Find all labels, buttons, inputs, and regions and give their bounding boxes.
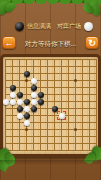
player-bar: 信息满满 对弈广场: [0, 22, 101, 35]
board-cell[interactable]: [75, 115, 82, 122]
board-cell[interactable]: [40, 66, 47, 73]
board-cell[interactable]: [5, 129, 12, 136]
black-stone[interactable]: [24, 113, 30, 119]
board-cell[interactable]: [40, 129, 47, 136]
black-stone[interactable]: [24, 71, 30, 77]
board-cell[interactable]: [75, 66, 82, 73]
board-cell[interactable]: [47, 59, 54, 66]
white-stone[interactable]: [31, 92, 37, 98]
board-cell[interactable]: [82, 143, 89, 150]
board-cell[interactable]: [82, 122, 89, 129]
board-cell[interactable]: [75, 136, 82, 143]
board-cell[interactable]: [26, 59, 33, 66]
board-cell[interactable]: [61, 94, 68, 101]
black-stone[interactable]: [38, 92, 44, 98]
black-stone[interactable]: [31, 106, 37, 112]
board-cell[interactable]: [54, 80, 61, 87]
board-cell[interactable]: [89, 115, 96, 122]
board-cell[interactable]: [40, 122, 47, 129]
black-stone[interactable]: [17, 106, 23, 112]
board-cell[interactable]: [61, 143, 68, 150]
board-cell[interactable]: [82, 108, 89, 115]
board-cell[interactable]: [47, 73, 54, 80]
board-cell[interactable]: [12, 129, 19, 136]
board-cell[interactable]: [75, 87, 82, 94]
board-cell[interactable]: [40, 143, 47, 150]
board-cell[interactable]: [54, 143, 61, 150]
board-cell[interactable]: [68, 136, 75, 143]
board-cell[interactable]: [33, 143, 40, 150]
board-cell[interactable]: [33, 115, 40, 122]
board-cell[interactable]: [19, 136, 26, 143]
board-cell[interactable]: [26, 143, 33, 150]
board-frame: [0, 54, 101, 157]
status-text: 对方等待你下棋...: [18, 40, 83, 49]
board-cell[interactable]: [19, 143, 26, 150]
board-cell[interactable]: [40, 73, 47, 80]
board-cell[interactable]: [5, 136, 12, 143]
board-cell[interactable]: [82, 101, 89, 108]
board-cell[interactable]: [82, 136, 89, 143]
board-cell[interactable]: [82, 129, 89, 136]
board-cell[interactable]: [89, 129, 96, 136]
board-cell[interactable]: [47, 143, 54, 150]
black-stone[interactable]: [10, 85, 16, 91]
board-cell[interactable]: [12, 59, 19, 66]
board-cell[interactable]: [5, 66, 12, 73]
board-cell[interactable]: [54, 94, 61, 101]
board-cell[interactable]: [89, 101, 96, 108]
black-stone[interactable]: [31, 85, 37, 91]
board-cell[interactable]: [82, 94, 89, 101]
board-cell[interactable]: [68, 101, 75, 108]
board-cell[interactable]: [61, 66, 68, 73]
board-cell[interactable]: [61, 101, 68, 108]
board-cell[interactable]: [54, 122, 61, 129]
board-cell[interactable]: [82, 66, 89, 73]
star-point: [74, 79, 77, 82]
board-cell[interactable]: [61, 73, 68, 80]
board-cell[interactable]: [75, 59, 82, 66]
white-stone[interactable]: [10, 92, 16, 98]
black-player: 信息满满: [15, 22, 51, 31]
board-cell[interactable]: [33, 66, 40, 73]
board-cell[interactable]: [40, 136, 47, 143]
star-point: [25, 128, 28, 131]
black-stone[interactable]: [38, 99, 44, 105]
board-cell[interactable]: [33, 129, 40, 136]
white-stone[interactable]: [24, 120, 30, 126]
board-cell[interactable]: [82, 73, 89, 80]
last-move-marker: [57, 111, 66, 120]
board-cell[interactable]: [75, 94, 82, 101]
board-cell[interactable]: [12, 136, 19, 143]
board-cell[interactable]: [68, 94, 75, 101]
board-cell[interactable]: [47, 115, 54, 122]
white-stone[interactable]: [24, 106, 30, 112]
board-cell[interactable]: [61, 59, 68, 66]
board-cell[interactable]: [89, 108, 96, 115]
board-cell[interactable]: [40, 115, 47, 122]
board-cell[interactable]: [82, 59, 89, 66]
board-cell[interactable]: [61, 129, 68, 136]
star-point: [25, 79, 28, 82]
back-button[interactable]: ←: [2, 36, 16, 49]
board-cell[interactable]: [68, 108, 75, 115]
board-cell[interactable]: [68, 87, 75, 94]
board-cell[interactable]: [5, 115, 12, 122]
black-stone[interactable]: [24, 99, 30, 105]
board-cell[interactable]: [75, 101, 82, 108]
board-cell[interactable]: [89, 136, 96, 143]
board-cell[interactable]: [33, 122, 40, 129]
board-cell[interactable]: [33, 59, 40, 66]
white-stone-icon: [84, 22, 93, 31]
board-cell[interactable]: [47, 94, 54, 101]
refresh-icon: ↻: [88, 38, 96, 48]
board-cell[interactable]: [89, 66, 96, 73]
board-cell[interactable]: [47, 66, 54, 73]
board-cell[interactable]: [54, 59, 61, 66]
board-cell[interactable]: [82, 87, 89, 94]
white-stone[interactable]: [10, 99, 16, 105]
board-cell[interactable]: [75, 108, 82, 115]
board-cell[interactable]: [89, 87, 96, 94]
white-stone[interactable]: [31, 78, 37, 84]
board-cell[interactable]: [54, 87, 61, 94]
board-cell[interactable]: [47, 136, 54, 143]
board-cell[interactable]: [47, 129, 54, 136]
board-cell[interactable]: [61, 87, 68, 94]
board-cell[interactable]: [47, 87, 54, 94]
board-cell[interactable]: [40, 108, 47, 115]
star-point: [74, 128, 77, 131]
board-cell[interactable]: [47, 80, 54, 87]
board-cell[interactable]: [47, 122, 54, 129]
board-cell[interactable]: [5, 59, 12, 66]
board-cell[interactable]: [68, 115, 75, 122]
board-cell[interactable]: [68, 59, 75, 66]
board-field: [3, 57, 98, 154]
board-cell[interactable]: [12, 143, 19, 150]
white-stone[interactable]: [3, 99, 9, 105]
board-cell[interactable]: [12, 66, 19, 73]
refresh-button[interactable]: ↻: [85, 36, 99, 49]
board-cell[interactable]: [68, 143, 75, 150]
board-cell[interactable]: [54, 73, 61, 80]
board-cell[interactable]: [61, 136, 68, 143]
table-edge-shadow: [0, 160, 101, 165]
board-cell[interactable]: [75, 143, 82, 150]
board-cell[interactable]: [54, 66, 61, 73]
board-cell[interactable]: [54, 136, 61, 143]
board-cell[interactable]: [89, 122, 96, 129]
board-cell[interactable]: [68, 66, 75, 73]
board-cell[interactable]: [12, 122, 19, 129]
black-stone[interactable]: [17, 92, 23, 98]
goban-grid[interactable]: [5, 59, 97, 151]
board-cell[interactable]: [89, 80, 96, 87]
white-stone[interactable]: [17, 99, 23, 105]
white-player-name: 对弈广场: [57, 22, 81, 31]
board-cell[interactable]: [82, 115, 89, 122]
board-cell[interactable]: [89, 59, 96, 66]
board-cell[interactable]: [40, 59, 47, 66]
board-cell[interactable]: [89, 73, 96, 80]
board-cell[interactable]: [61, 122, 68, 129]
board-cell[interactable]: [26, 136, 33, 143]
board-cell[interactable]: [33, 136, 40, 143]
board-cell[interactable]: [19, 59, 26, 66]
back-icon: ←: [5, 38, 14, 48]
black-stone-icon: [15, 22, 24, 31]
white-player: 对弈广场: [57, 22, 93, 31]
board-cell[interactable]: [89, 94, 96, 101]
board-cell[interactable]: [12, 73, 19, 80]
board-cell[interactable]: [82, 80, 89, 87]
board-cell[interactable]: [61, 80, 68, 87]
board-cell[interactable]: [5, 108, 12, 115]
white-stone[interactable]: [17, 113, 23, 119]
black-player-name: 信息满满: [27, 22, 51, 31]
app-screen: 信息满满 对弈广场 ← 对方等待你下棋... ↻: [0, 0, 101, 180]
white-stone[interactable]: [31, 99, 37, 105]
board-cell[interactable]: [54, 129, 61, 136]
board-cell[interactable]: [5, 73, 12, 80]
board-cell[interactable]: [5, 122, 12, 129]
board-cell[interactable]: [40, 80, 47, 87]
